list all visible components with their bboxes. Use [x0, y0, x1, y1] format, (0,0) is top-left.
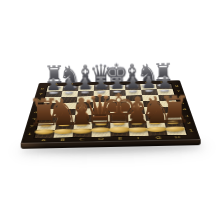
- piece-silver-black-queen-d8: ♛: [89, 61, 113, 88]
- piece-copper-white-knight-g1: ♞: [139, 92, 173, 132]
- piece-base: [109, 127, 130, 133]
- king-glyph: ♚: [104, 60, 128, 86]
- piece-silver-black-bishop-c8: ♝: [74, 63, 96, 89]
- piece-base: [147, 127, 166, 132]
- pawn-glyph: ♟: [125, 75, 140, 91]
- pawn-glyph: ♟: [157, 75, 172, 91]
- piece-base: [113, 91, 122, 93]
- piece-silver-black-pawn-d7: ♟: [93, 76, 108, 93]
- piece-base: [94, 84, 107, 88]
- piece-base: [161, 90, 170, 92]
- piece-base: [149, 121, 161, 124]
- piece-copper-white-bishop-c1: ♝: [64, 94, 98, 134]
- piece-base: [95, 122, 107, 125]
- pawn-glyph: ♟: [61, 77, 76, 93]
- piece-copper-white-pawn-a2: ♟: [35, 102, 56, 126]
- pawn-glyph: ♟: [126, 101, 147, 123]
- piece-silver-black-bishop-f8: ♝: [121, 62, 143, 88]
- pawn-glyph: ♟: [109, 76, 124, 92]
- rook-glyph: ♜: [43, 63, 65, 86]
- knight-glyph: ♞: [46, 94, 80, 130]
- pawn-glyph: ♟: [145, 100, 166, 122]
- piece-copper-white-rook-a1: ♜: [27, 94, 61, 134]
- knight-glyph: ♞: [59, 63, 81, 86]
- piece-copper-white-knight-b1: ♞: [46, 94, 80, 134]
- bishop-glyph: ♝: [121, 62, 143, 85]
- pawn-glyph: ♟: [141, 75, 156, 91]
- pawn-glyph: ♟: [45, 77, 60, 93]
- knight-glyph: ♞: [137, 61, 159, 84]
- piece-base: [129, 90, 138, 92]
- piece-base: [81, 91, 90, 93]
- piece-base: [110, 84, 124, 88]
- pawn-glyph: ♟: [77, 76, 92, 92]
- piece-silver-black-pawn-a7: ♟: [45, 77, 60, 94]
- rook-glyph: ♜: [152, 61, 174, 84]
- knight-glyph: ♞: [139, 92, 173, 128]
- pawn-glyph: ♟: [93, 76, 108, 92]
- piece-base: [131, 121, 143, 124]
- piece-base: [166, 126, 185, 131]
- piece-copper-white-king-e1: ♚: [100, 89, 137, 133]
- piece-base: [113, 122, 125, 125]
- piece-copper-white-bishop-f1: ♝: [121, 92, 155, 132]
- piece-silver-black-knight-b8: ♞: [59, 63, 81, 89]
- piece-copper-white-pawn-e2: ♟: [108, 101, 129, 125]
- pawn-glyph: ♟: [72, 102, 93, 124]
- pawn-glyph: ♟: [54, 102, 75, 124]
- piece-silver-black-king-e8: ♚: [104, 60, 128, 88]
- pawn-glyph: ♟: [163, 100, 184, 122]
- pawn-glyph: ♟: [90, 101, 111, 123]
- king-glyph: ♚: [100, 89, 137, 129]
- pawn-glyph: ♟: [108, 101, 129, 123]
- piece-silver-black-rook-a8: ♜: [43, 63, 65, 89]
- piece-base: [40, 123, 52, 126]
- piece-copper-white-pawn-f2: ♟: [126, 101, 147, 125]
- piece-base: [48, 86, 61, 89]
- photo-tilt-wrapper: 8877665544332211AABBCCDDEEFFGGHH ♜♞♝♛♚♝♞…: [0, 0, 216, 216]
- piece-silver-black-pawn-c7: ♟: [77, 76, 92, 93]
- piece-base: [97, 91, 106, 93]
- piece-copper-white-pawn-h2: ♟: [163, 100, 184, 124]
- piece-base: [49, 92, 58, 94]
- piece-silver-black-pawn-b7: ♟: [61, 77, 76, 94]
- queen-glyph: ♛: [89, 61, 113, 86]
- piece-base: [35, 129, 54, 134]
- piece-base: [79, 85, 92, 88]
- piece-base: [142, 84, 155, 87]
- piece-copper-white-pawn-d2: ♟: [90, 101, 111, 125]
- piece-silver-black-knight-g8: ♞: [137, 61, 159, 87]
- piece-copper-white-pawn-c2: ♟: [72, 102, 93, 126]
- queen-glyph: ♛: [82, 91, 118, 129]
- piece-silver-black-pawn-g7: ♟: [141, 75, 156, 92]
- piece-base: [53, 128, 72, 133]
- piece-base: [58, 123, 70, 126]
- piece-silver-black-pawn-h7: ♟: [157, 75, 172, 92]
- bishop-glyph: ♝: [121, 92, 155, 128]
- piece-base: [72, 128, 91, 133]
- piece-copper-white-pawn-b2: ♟: [54, 102, 75, 126]
- piece-base: [64, 85, 77, 88]
- piece-base: [157, 83, 170, 86]
- piece-base: [126, 84, 139, 87]
- pawn-glyph: ♟: [35, 102, 56, 124]
- rook-glyph: ♜: [27, 94, 61, 130]
- bishop-glyph: ♝: [64, 94, 98, 130]
- bishop-glyph: ♝: [74, 63, 96, 86]
- piece-base: [128, 127, 147, 132]
- piece-copper-white-rook-h1: ♜: [158, 92, 192, 132]
- piece-base: [90, 127, 111, 133]
- piece-silver-black-pawn-f7: ♟: [125, 75, 140, 92]
- piece-base: [76, 122, 88, 125]
- piece-silver-black-rook-h8: ♜: [152, 61, 174, 87]
- piece-base: [167, 121, 179, 124]
- rook-glyph: ♜: [158, 92, 192, 128]
- piece-silver-black-pawn-e7: ♟: [109, 76, 124, 93]
- piece-base: [65, 92, 74, 94]
- piece-base: [145, 90, 154, 92]
- piece-copper-white-pawn-g2: ♟: [145, 100, 166, 124]
- piece-copper-white-queen-d1: ♛: [82, 91, 118, 133]
- scene: 8877665544332211AABBCCDDEEFFGGHH ♜♞♝♛♚♝♞…: [0, 0, 216, 216]
- pieces-layer: ♜♞♝♛♚♝♞♜♟♟♟♟♟♟♟♟♟♟♟♟♟♟♟♟♜♞♝♛♚♝♞♜: [0, 0, 216, 216]
